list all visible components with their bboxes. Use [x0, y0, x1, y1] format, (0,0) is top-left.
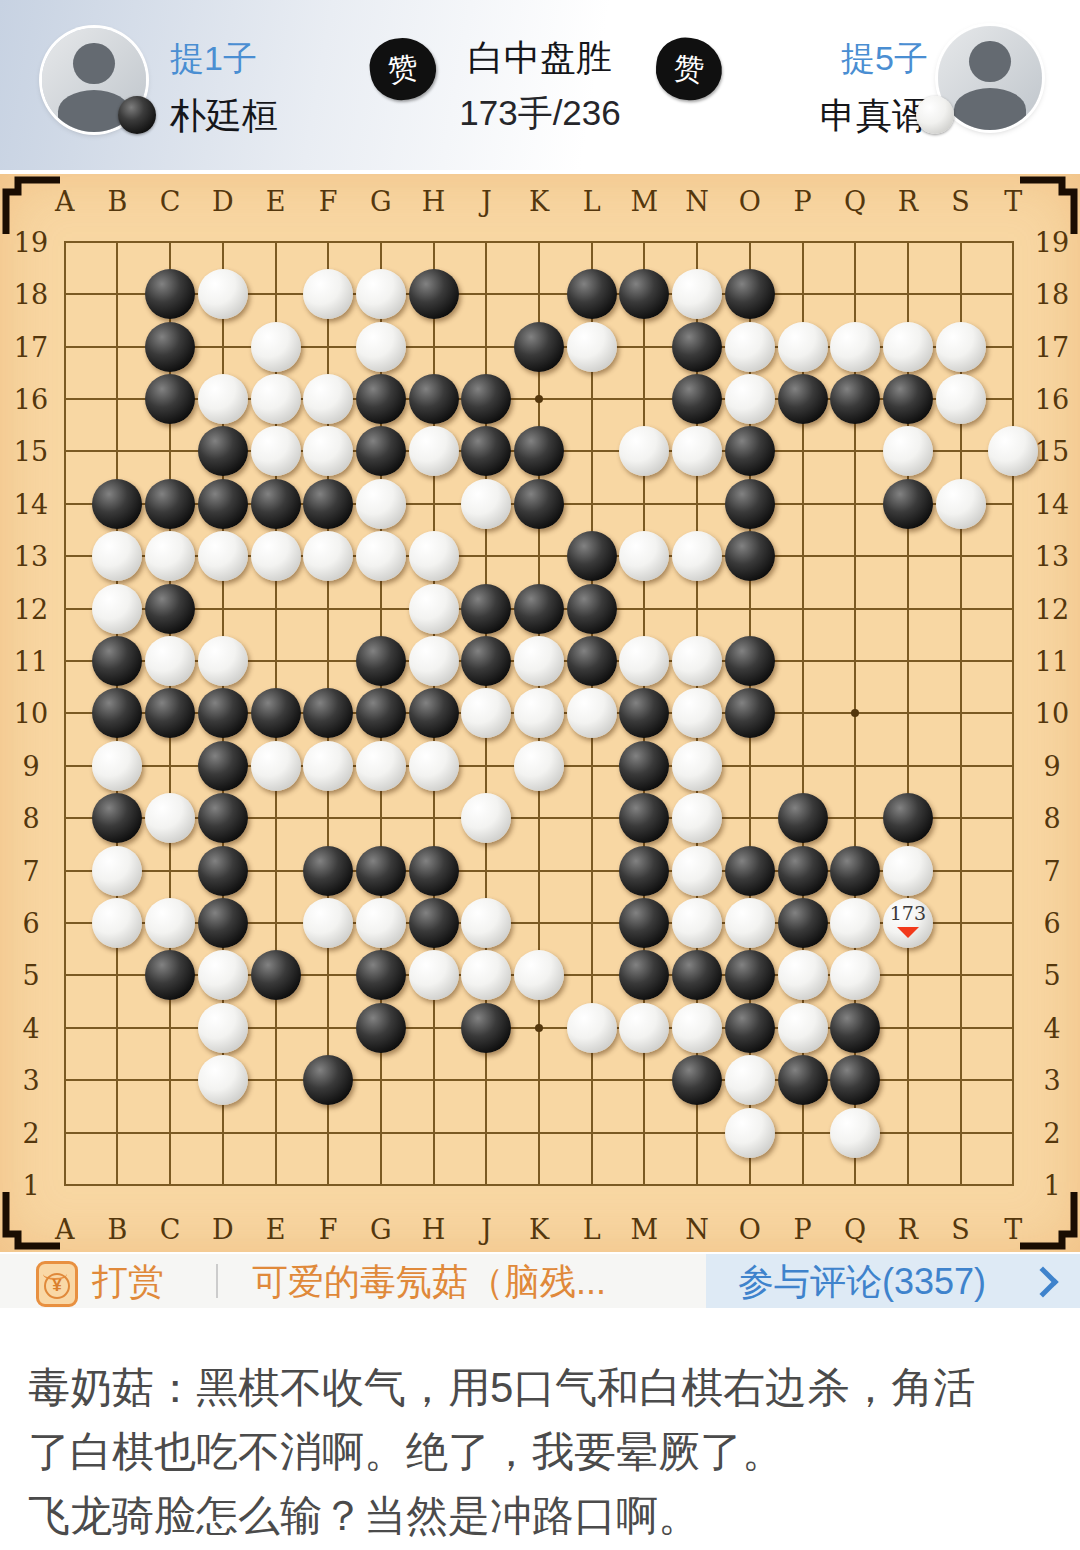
stone-white-M4 [619, 1003, 669, 1053]
stone-black-O10 [725, 688, 775, 738]
stone-black-B10 [92, 688, 142, 738]
tip-button[interactable]: 打赏 [92, 1254, 164, 1308]
comments-count-label: 参与评论(3357) [738, 1254, 986, 1308]
stone-black-M5 [619, 950, 669, 1000]
row-label-left: 19 [14, 226, 48, 257]
stone-black-O13 [725, 531, 775, 581]
row-label-right: 12 [1035, 593, 1069, 624]
stone-black-P6 [778, 898, 828, 948]
stone-black-M18 [619, 269, 669, 319]
stone-black-C14 [145, 479, 195, 529]
stone-black-E10 [251, 688, 301, 738]
stone-black-G15 [356, 426, 406, 476]
stone-black-R8 [883, 793, 933, 843]
stone-white-N18 [672, 269, 722, 319]
stone-black-K12 [514, 584, 564, 634]
stone-white-D11 [198, 636, 248, 686]
stone-black-L11 [567, 636, 617, 686]
row-label-left: 5 [22, 960, 39, 991]
stone-black-J16 [461, 374, 511, 424]
col-label-bottom: P [793, 1214, 811, 1245]
stone-white-C11 [145, 636, 195, 686]
stone-white-N4 [672, 1003, 722, 1053]
stone-black-O11 [725, 636, 775, 686]
row-label-left: 16 [14, 383, 48, 414]
row-label-right: 15 [1035, 436, 1069, 467]
stone-black-L13 [567, 531, 617, 581]
col-label-top: G [370, 186, 392, 217]
stone-black-P7 [778, 846, 828, 896]
yen-symbol: ¥ [44, 1273, 70, 1299]
col-label-top: H [422, 186, 446, 217]
stone-white-C13 [145, 531, 195, 581]
grid-hline [64, 1184, 1015, 1186]
stone-black-J11 [461, 636, 511, 686]
stone-black-D15 [198, 426, 248, 476]
stone-black-B14 [92, 479, 142, 529]
stone-white-O17 [725, 322, 775, 372]
stone-white-E16 [251, 374, 301, 424]
stone-black-C17 [145, 322, 195, 372]
stone-black-Q3 [830, 1055, 880, 1105]
row-label-left: 17 [14, 331, 48, 362]
stone-black-P8 [778, 793, 828, 843]
white-stone-badge [916, 96, 954, 134]
stone-black-B8 [92, 793, 142, 843]
col-label-top: N [685, 186, 709, 217]
stone-black-D7 [198, 846, 248, 896]
go-review-app: 提1子 朴廷桓 赞 白中盘胜 173手/236 赞 提5子 申真谞 AABBCC… [0, 0, 1080, 1550]
stone-white-H15 [409, 426, 459, 476]
stone-black-F10 [303, 688, 353, 738]
stone-black-N3 [672, 1055, 722, 1105]
col-label-bottom: H [422, 1214, 446, 1245]
stone-white-O16 [725, 374, 775, 424]
row-label-left: 2 [22, 1117, 39, 1148]
row-label-right: 11 [1035, 645, 1069, 676]
stone-white-R7 [883, 846, 933, 896]
stone-white-N7 [672, 846, 722, 896]
stone-black-H6 [409, 898, 459, 948]
row-label-left: 8 [22, 803, 39, 834]
row-label-left: 10 [14, 698, 48, 729]
col-label-bottom: C [160, 1214, 181, 1245]
stone-white-G14 [356, 479, 406, 529]
stone-white-H11 [409, 636, 459, 686]
stone-white-B7 [92, 846, 142, 896]
stone-white-F6 [303, 898, 353, 948]
stone-black-F14 [303, 479, 353, 529]
stone-black-O18 [725, 269, 775, 319]
row-label-left: 18 [14, 279, 48, 310]
stone-white-Q17 [830, 322, 880, 372]
stone-black-O14 [725, 479, 775, 529]
stone-white-J14 [461, 479, 511, 529]
stone-white-R17 [883, 322, 933, 372]
row-label-right: 4 [1043, 1012, 1060, 1043]
stone-black-N17 [672, 322, 722, 372]
row-label-right: 5 [1043, 960, 1060, 991]
row-label-left: 14 [14, 488, 48, 519]
row-label-right: 7 [1043, 855, 1060, 886]
stone-white-J10 [461, 688, 511, 738]
stone-white-K10 [514, 688, 564, 738]
stone-black-C10 [145, 688, 195, 738]
col-label-top: R [898, 186, 918, 217]
stone-black-R16 [883, 374, 933, 424]
row-label-left: 1 [22, 1169, 39, 1200]
last-move-stone-R6: 173 [883, 898, 933, 948]
stone-white-K9 [514, 741, 564, 791]
stone-black-D14 [198, 479, 248, 529]
col-label-bottom: R [898, 1214, 918, 1245]
col-label-top: B [107, 186, 127, 217]
stone-white-H13 [409, 531, 459, 581]
stone-white-N15 [672, 426, 722, 476]
stone-black-J15 [461, 426, 511, 476]
col-label-bottom: N [685, 1214, 709, 1245]
col-label-bottom: J [481, 1214, 492, 1245]
row-label-right: 9 [1043, 750, 1060, 781]
stone-black-O4 [725, 1003, 775, 1053]
stone-white-S16 [936, 374, 986, 424]
channel-title[interactable]: 可爱的毒氖菇（脑残... [252, 1254, 606, 1308]
stone-black-C16 [145, 374, 195, 424]
stone-black-O5 [725, 950, 775, 1000]
col-label-bottom: G [370, 1214, 392, 1245]
last-move-triangle-marker [897, 927, 919, 938]
stone-black-R14 [883, 479, 933, 529]
stone-white-D13 [198, 531, 248, 581]
stone-white-L10 [567, 688, 617, 738]
stone-black-H16 [409, 374, 459, 424]
stone-white-G9 [356, 741, 406, 791]
stone-black-D9 [198, 741, 248, 791]
stone-black-E14 [251, 479, 301, 529]
row-label-right: 8 [1043, 803, 1060, 834]
stone-white-H9 [409, 741, 459, 791]
stone-black-C12 [145, 584, 195, 634]
comment-text: 飞龙骑脸怎么输？当然是冲路口啊。 [28, 1484, 990, 1548]
join-comments-button[interactable]: 参与评论(3357) [706, 1254, 1080, 1308]
col-label-top: F [319, 186, 338, 217]
stone-white-D16 [198, 374, 248, 424]
stone-black-J12 [461, 584, 511, 634]
stone-black-D8 [198, 793, 248, 843]
col-label-bottom: E [266, 1214, 286, 1245]
stone-black-M6 [619, 898, 669, 948]
col-label-top: E [266, 186, 286, 217]
stone-white-C8 [145, 793, 195, 843]
stone-black-G11 [356, 636, 406, 686]
stone-black-G4 [356, 1003, 406, 1053]
stone-white-N13 [672, 531, 722, 581]
star-point [535, 1024, 543, 1032]
row-label-left: 6 [22, 907, 39, 938]
comment-text: 毒奶菇：黑棋不收气，用5口气和白棋右边杀，角活了白棋也吃不消啊。绝了，我要晕厥了… [28, 1356, 990, 1484]
col-label-top: O [739, 186, 761, 217]
stone-black-L12 [567, 584, 617, 634]
stone-black-H7 [409, 846, 459, 896]
col-label-top: Q [844, 186, 866, 217]
stone-black-K14 [514, 479, 564, 529]
col-label-top: A [55, 186, 75, 217]
row-label-left: 3 [22, 1065, 39, 1096]
col-label-bottom: M [631, 1214, 659, 1245]
star-point [535, 395, 543, 403]
stone-black-O15 [725, 426, 775, 476]
stone-white-Q5 [830, 950, 880, 1000]
stone-black-Q16 [830, 374, 880, 424]
stone-white-E9 [251, 741, 301, 791]
stone-white-N9 [672, 741, 722, 791]
row-label-right: 2 [1043, 1117, 1060, 1148]
stone-black-K15 [514, 426, 564, 476]
stone-black-B11 [92, 636, 142, 686]
col-label-bottom: O [739, 1214, 761, 1245]
grid-vline [1012, 241, 1014, 1186]
stone-white-H5 [409, 950, 459, 1000]
col-label-bottom: Q [844, 1214, 866, 1245]
col-label-top: L [583, 186, 601, 217]
stone-white-N10 [672, 688, 722, 738]
stone-white-J5 [461, 950, 511, 1000]
stone-black-G5 [356, 950, 406, 1000]
stone-white-F15 [303, 426, 353, 476]
stone-white-F18 [303, 269, 353, 319]
row-label-right: 17 [1035, 331, 1069, 362]
stone-white-C6 [145, 898, 195, 948]
stone-black-K17 [514, 322, 564, 372]
stone-black-G7 [356, 846, 406, 896]
row-label-right: 6 [1043, 907, 1060, 938]
col-label-top: P [793, 186, 811, 217]
stone-white-T15 [988, 426, 1038, 476]
stone-white-R15 [883, 426, 933, 476]
row-label-left: 4 [22, 1012, 39, 1043]
col-label-bottom: F [319, 1214, 338, 1245]
stone-white-B6 [92, 898, 142, 948]
stone-black-P16 [778, 374, 828, 424]
stone-white-N6 [672, 898, 722, 948]
row-label-left: 13 [14, 541, 48, 572]
row-label-right: 1 [1043, 1169, 1060, 1200]
stone-black-F3 [303, 1055, 353, 1105]
stone-white-P17 [778, 322, 828, 372]
stone-white-Q6 [830, 898, 880, 948]
row-label-left: 12 [14, 593, 48, 624]
row-label-right: 19 [1035, 226, 1069, 257]
row-label-right: 16 [1035, 383, 1069, 414]
stone-white-J8 [461, 793, 511, 843]
col-label-bottom: S [951, 1214, 970, 1245]
stone-white-J6 [461, 898, 511, 948]
stone-black-C5 [145, 950, 195, 1000]
stone-black-D6 [198, 898, 248, 948]
stone-white-M11 [619, 636, 669, 686]
stone-black-Q7 [830, 846, 880, 896]
stone-white-L4 [567, 1003, 617, 1053]
stone-white-E17 [251, 322, 301, 372]
row-label-left: 9 [22, 750, 39, 781]
stone-white-F9 [303, 741, 353, 791]
stone-white-D3 [198, 1055, 248, 1105]
col-label-top: J [481, 186, 492, 217]
stone-white-F16 [303, 374, 353, 424]
col-label-top: S [951, 186, 970, 217]
stone-white-Q2 [830, 1108, 880, 1158]
stone-white-E15 [251, 426, 301, 476]
tip-envelope-icon[interactable]: ¥ [36, 1261, 78, 1307]
stone-black-M8 [619, 793, 669, 843]
stone-black-G10 [356, 688, 406, 738]
stone-white-G18 [356, 269, 406, 319]
row-label-right: 10 [1035, 698, 1069, 729]
stone-white-L17 [567, 322, 617, 372]
row-label-right: 18 [1035, 279, 1069, 310]
stone-white-G13 [356, 531, 406, 581]
stone-white-K5 [514, 950, 564, 1000]
star-point [851, 709, 859, 717]
col-label-bottom: A [55, 1214, 75, 1245]
row-label-right: 14 [1035, 488, 1069, 519]
stone-black-M10 [619, 688, 669, 738]
stone-black-L18 [567, 269, 617, 319]
stone-white-G17 [356, 322, 406, 372]
stone-white-M13 [619, 531, 669, 581]
col-label-top: C [160, 186, 181, 217]
stone-white-D4 [198, 1003, 248, 1053]
stone-black-F7 [303, 846, 353, 896]
col-label-bottom: T [1004, 1214, 1022, 1245]
col-label-bottom: B [107, 1214, 127, 1245]
stone-black-M9 [619, 741, 669, 791]
stone-black-C18 [145, 269, 195, 319]
stone-white-N11 [672, 636, 722, 686]
stone-white-F13 [303, 531, 353, 581]
stone-white-N8 [672, 793, 722, 843]
stone-white-G6 [356, 898, 406, 948]
stone-black-D10 [198, 688, 248, 738]
stone-black-Q4 [830, 1003, 880, 1053]
stone-white-D5 [198, 950, 248, 1000]
stone-white-B12 [92, 584, 142, 634]
col-label-top: D [212, 186, 234, 217]
col-label-bottom: D [212, 1214, 234, 1245]
stone-white-O6 [725, 898, 775, 948]
stone-white-H12 [409, 584, 459, 634]
row-label-left: 7 [22, 855, 39, 886]
col-label-top: M [631, 186, 659, 217]
col-label-bottom: K [529, 1214, 549, 1245]
row-label-right: 13 [1035, 541, 1069, 572]
stone-black-H18 [409, 269, 459, 319]
stone-black-O7 [725, 846, 775, 896]
row-label-right: 3 [1043, 1065, 1060, 1096]
stone-black-J4 [461, 1003, 511, 1053]
stone-black-H10 [409, 688, 459, 738]
stone-black-G16 [356, 374, 406, 424]
stone-black-N16 [672, 374, 722, 424]
footer-bar: ¥ 打赏 可爱的毒氖菇（脑残... 参与评论(3357) [0, 1254, 1080, 1308]
stone-white-P5 [778, 950, 828, 1000]
col-label-top: K [529, 186, 549, 217]
stone-white-O2 [725, 1108, 775, 1158]
stone-white-S14 [936, 479, 986, 529]
stone-black-M7 [619, 846, 669, 896]
row-label-left: 11 [14, 645, 48, 676]
stone-white-D18 [198, 269, 248, 319]
stone-white-B9 [92, 741, 142, 791]
move-number-label: 173 [883, 902, 933, 924]
col-label-bottom: L [583, 1214, 601, 1245]
stone-white-E13 [251, 531, 301, 581]
divider [216, 1264, 218, 1298]
stone-white-S17 [936, 322, 986, 372]
comment-section: 毒奶菇：黑棋不收气，用5口气和白棋右边杀，角活了白棋也吃不消啊。绝了，我要晕厥了… [28, 1356, 990, 1548]
stone-white-O3 [725, 1055, 775, 1105]
col-label-top: T [1004, 186, 1022, 217]
stone-white-K11 [514, 636, 564, 686]
go-board[interactable]: AABBCCDDEEFFGGHHJJKKLLMMNNOOPPQQRRSSTT19… [0, 174, 1080, 1252]
stone-black-P3 [778, 1055, 828, 1105]
chevron-right-icon [1027, 1266, 1058, 1297]
stone-black-E5 [251, 950, 301, 1000]
stone-white-M15 [619, 426, 669, 476]
stone-white-B13 [92, 531, 142, 581]
stone-white-P4 [778, 1003, 828, 1053]
row-label-left: 15 [14, 436, 48, 467]
stone-black-N5 [672, 950, 722, 1000]
